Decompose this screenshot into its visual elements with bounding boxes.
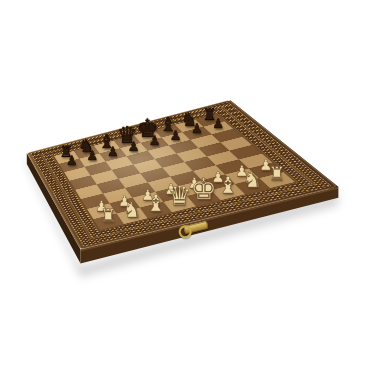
piece-white-bishop-f1[interactable]: ♝ — [218, 174, 238, 197]
piece-black-pawn-d7[interactable]: ♟ — [128, 139, 140, 152]
piece-white-knight-g1[interactable]: ♞ — [242, 169, 261, 191]
piece-black-pawn-b7[interactable]: ♟ — [86, 150, 98, 163]
piece-white-king-e1[interactable]: ♚ — [190, 175, 216, 204]
piece-black-pawn-f7[interactable]: ♟ — [170, 128, 182, 141]
piece-white-bishop-c1[interactable]: ♝ — [146, 192, 166, 215]
piece-white-queen-d1[interactable]: ♛ — [167, 183, 191, 210]
piece-black-pawn-a7[interactable]: ♟ — [66, 155, 78, 168]
scene: ♜♞♝♛♚♝♞♜♟♟♟♟♟♟♟♟♟♟♟♟♟♟♟♟♜♞♝♛♚♝♞♜ — [0, 0, 370, 370]
piece-black-pawn-c7[interactable]: ♟ — [107, 144, 119, 157]
piece-white-rook-h1[interactable]: ♜ — [268, 165, 285, 184]
piece-white-rook-a1[interactable]: ♜ — [100, 207, 116, 225]
piece-black-pawn-e7[interactable]: ♟ — [149, 134, 161, 147]
piece-black-pawn-h7[interactable]: ♟ — [212, 117, 224, 130]
piece-white-knight-b1[interactable]: ♞ — [122, 199, 141, 220]
piece-black-pawn-g7[interactable]: ♟ — [191, 123, 203, 136]
